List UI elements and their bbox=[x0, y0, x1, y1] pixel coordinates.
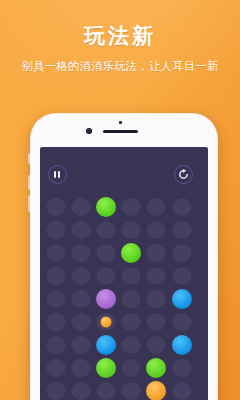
empty-slot bbox=[71, 313, 90, 331]
board-cell bbox=[144, 219, 169, 242]
empty-slot bbox=[46, 359, 65, 377]
green-ball[interactable] bbox=[96, 197, 116, 217]
board-cell bbox=[119, 219, 144, 242]
board-cell bbox=[119, 265, 144, 288]
empty-slot bbox=[46, 336, 65, 354]
pause-icon bbox=[54, 171, 61, 178]
pause-button[interactable] bbox=[48, 165, 67, 184]
board-cell bbox=[119, 242, 144, 265]
board-cell bbox=[93, 265, 118, 288]
headline: 玩法新 别具一格的消消乐玩法，让人耳目一新 bbox=[0, 0, 240, 74]
board-cell bbox=[169, 357, 194, 380]
empty-slot bbox=[71, 382, 90, 400]
board-cell bbox=[119, 311, 144, 334]
page-subtitle: 别具一格的消消乐玩法，让人耳目一新 bbox=[0, 59, 240, 74]
board-cell bbox=[169, 196, 194, 219]
empty-slot bbox=[122, 198, 141, 216]
empty-slot bbox=[172, 359, 191, 377]
empty-slot bbox=[46, 267, 65, 285]
board-cell bbox=[119, 196, 144, 219]
board-cell bbox=[43, 196, 68, 219]
empty-slot bbox=[46, 313, 65, 331]
board-cell bbox=[93, 311, 118, 334]
green-ball[interactable] bbox=[121, 243, 141, 263]
empty-slot bbox=[147, 244, 166, 262]
board-cell bbox=[68, 196, 93, 219]
empty-slot bbox=[71, 221, 90, 239]
empty-slot bbox=[71, 198, 90, 216]
board-cell bbox=[169, 242, 194, 265]
board-cell bbox=[144, 265, 169, 288]
board-cell bbox=[43, 334, 68, 357]
board-cell bbox=[93, 357, 118, 380]
empty-slot bbox=[172, 221, 191, 239]
empty-slot bbox=[172, 267, 191, 285]
empty-slot bbox=[147, 198, 166, 216]
refresh-icon bbox=[178, 169, 189, 180]
empty-slot bbox=[122, 267, 141, 285]
empty-slot bbox=[46, 244, 65, 262]
empty-slot bbox=[71, 267, 90, 285]
earpiece-speaker bbox=[103, 130, 138, 133]
promo-screen: 玩法新 别具一格的消消乐玩法，让人耳目一新 bbox=[0, 0, 240, 400]
board-cell bbox=[144, 334, 169, 357]
empty-slot bbox=[122, 336, 141, 354]
board-cell bbox=[144, 288, 169, 311]
board-cell bbox=[144, 196, 169, 219]
board-cell bbox=[169, 288, 194, 311]
board-cell bbox=[144, 380, 169, 400]
board-cell bbox=[93, 242, 118, 265]
empty-slot bbox=[147, 336, 166, 354]
orange-ball[interactable] bbox=[100, 317, 111, 328]
page-title: 玩法新 bbox=[0, 22, 240, 50]
board-cell bbox=[93, 334, 118, 357]
board-cell bbox=[169, 265, 194, 288]
empty-slot bbox=[147, 221, 166, 239]
sensor-dot bbox=[119, 121, 122, 124]
purple-ball[interactable] bbox=[96, 289, 116, 309]
empty-slot bbox=[172, 198, 191, 216]
board-cell bbox=[43, 311, 68, 334]
empty-slot bbox=[46, 198, 65, 216]
board-cell bbox=[93, 380, 118, 400]
board-cell bbox=[169, 219, 194, 242]
blue-ball[interactable] bbox=[172, 335, 192, 355]
green-ball[interactable] bbox=[146, 358, 166, 378]
empty-slot bbox=[46, 382, 65, 400]
empty-slot bbox=[172, 244, 191, 262]
board-cell bbox=[68, 357, 93, 380]
board-cell bbox=[169, 334, 194, 357]
board-cell bbox=[43, 357, 68, 380]
empty-slot bbox=[122, 290, 141, 308]
empty-slot bbox=[46, 290, 65, 308]
game-board bbox=[43, 196, 194, 400]
mute-switch bbox=[28, 153, 31, 164]
board-cell bbox=[68, 311, 93, 334]
board-cell bbox=[68, 380, 93, 400]
volume-up-button bbox=[28, 175, 31, 190]
empty-slot bbox=[122, 221, 141, 239]
empty-slot bbox=[96, 382, 115, 400]
blue-ball[interactable] bbox=[172, 289, 192, 309]
board-cell bbox=[119, 288, 144, 311]
board-cell bbox=[169, 380, 194, 400]
empty-slot bbox=[122, 313, 141, 331]
empty-slot bbox=[147, 313, 166, 331]
game-screen bbox=[40, 147, 208, 400]
board-cell bbox=[93, 288, 118, 311]
board-cell bbox=[169, 311, 194, 334]
empty-slot bbox=[96, 267, 115, 285]
board-cell bbox=[119, 334, 144, 357]
front-camera bbox=[86, 128, 92, 134]
board-cell bbox=[93, 196, 118, 219]
empty-slot bbox=[172, 382, 191, 400]
board-cell bbox=[93, 219, 118, 242]
empty-slot bbox=[147, 267, 166, 285]
board-cell bbox=[119, 380, 144, 400]
green-ball[interactable] bbox=[96, 358, 116, 378]
empty-slot bbox=[122, 382, 141, 400]
empty-slot bbox=[71, 244, 90, 262]
board-cell bbox=[68, 242, 93, 265]
empty-slot bbox=[122, 359, 141, 377]
board-cell bbox=[43, 265, 68, 288]
board-cell bbox=[43, 219, 68, 242]
board-cell bbox=[119, 357, 144, 380]
board-cell bbox=[144, 242, 169, 265]
board-cell bbox=[43, 242, 68, 265]
empty-slot bbox=[96, 221, 115, 239]
restart-button[interactable] bbox=[174, 165, 193, 184]
empty-slot bbox=[46, 221, 65, 239]
board-cell bbox=[43, 380, 68, 400]
board-cell bbox=[43, 288, 68, 311]
volume-down-button bbox=[28, 195, 31, 212]
empty-slot bbox=[71, 290, 90, 308]
orange-ball[interactable] bbox=[146, 381, 166, 400]
empty-slot bbox=[71, 359, 90, 377]
phone-mockup bbox=[30, 113, 218, 400]
board-cell bbox=[68, 334, 93, 357]
board-cell bbox=[68, 288, 93, 311]
empty-slot bbox=[147, 290, 166, 308]
empty-slot bbox=[71, 336, 90, 354]
blue-ball[interactable] bbox=[96, 335, 116, 355]
board-cell bbox=[68, 219, 93, 242]
board-cell bbox=[144, 357, 169, 380]
board-cell bbox=[68, 265, 93, 288]
empty-slot bbox=[96, 244, 115, 262]
board-cell bbox=[144, 311, 169, 334]
empty-slot bbox=[172, 313, 191, 331]
